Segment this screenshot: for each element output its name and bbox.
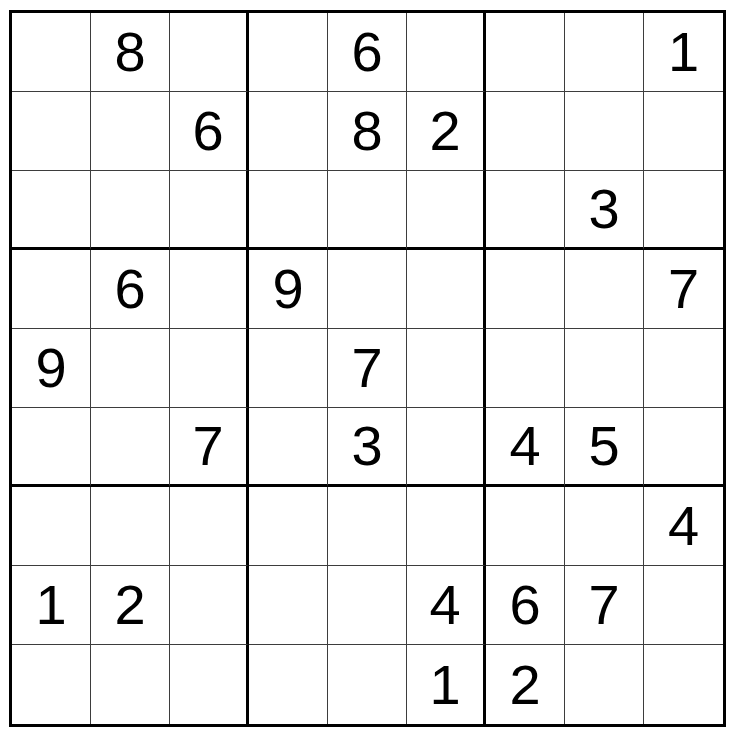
cell-r6c1-empty[interactable] <box>12 408 91 487</box>
cell-r4c1-empty[interactable] <box>12 250 91 329</box>
cell-r3c6-empty[interactable] <box>407 171 486 250</box>
cell-r8c7-given[interactable]: 6 <box>486 566 565 645</box>
cell-r1c7-empty[interactable] <box>486 13 565 92</box>
cell-r5c7-empty[interactable] <box>486 329 565 408</box>
sudoku-board: 861682369797734541246712 <box>9 10 726 727</box>
cell-r7c7-empty[interactable] <box>486 487 565 566</box>
cell-r7c5-empty[interactable] <box>328 487 407 566</box>
cell-r5c9-empty[interactable] <box>644 329 723 408</box>
cell-r5c3-empty[interactable] <box>170 329 249 408</box>
cell-r6c2-empty[interactable] <box>91 408 170 487</box>
cell-r7c9-given[interactable]: 4 <box>644 487 723 566</box>
cell-r4c3-empty[interactable] <box>170 250 249 329</box>
cell-r2c4-empty[interactable] <box>249 92 328 171</box>
cell-r8c6-given[interactable]: 4 <box>407 566 486 645</box>
cell-r4c5-empty[interactable] <box>328 250 407 329</box>
cell-r4c2-given[interactable]: 6 <box>91 250 170 329</box>
cell-r7c4-empty[interactable] <box>249 487 328 566</box>
cell-r4c9-given[interactable]: 7 <box>644 250 723 329</box>
cell-r2c5-given[interactable]: 8 <box>328 92 407 171</box>
cell-r2c3-given[interactable]: 6 <box>170 92 249 171</box>
cell-r2c9-empty[interactable] <box>644 92 723 171</box>
cell-r1c6-empty[interactable] <box>407 13 486 92</box>
cell-r9c2-empty[interactable] <box>91 645 170 724</box>
cell-r8c3-empty[interactable] <box>170 566 249 645</box>
cell-r1c3-empty[interactable] <box>170 13 249 92</box>
cell-r3c1-empty[interactable] <box>12 171 91 250</box>
cell-r3c7-empty[interactable] <box>486 171 565 250</box>
cell-r2c6-given[interactable]: 2 <box>407 92 486 171</box>
cell-r6c9-empty[interactable] <box>644 408 723 487</box>
cell-r9c9-empty[interactable] <box>644 645 723 724</box>
cell-r6c8-given[interactable]: 5 <box>565 408 644 487</box>
cell-r1c1-empty[interactable] <box>12 13 91 92</box>
cell-r7c1-empty[interactable] <box>12 487 91 566</box>
cell-r5c1-given[interactable]: 9 <box>12 329 91 408</box>
cell-r3c2-empty[interactable] <box>91 171 170 250</box>
cell-r9c5-empty[interactable] <box>328 645 407 724</box>
cell-r3c3-empty[interactable] <box>170 171 249 250</box>
cell-r1c8-empty[interactable] <box>565 13 644 92</box>
cell-r6c3-given[interactable]: 7 <box>170 408 249 487</box>
cell-r8c9-empty[interactable] <box>644 566 723 645</box>
cell-r8c8-given[interactable]: 7 <box>565 566 644 645</box>
cell-r2c8-empty[interactable] <box>565 92 644 171</box>
cell-r1c9-given[interactable]: 1 <box>644 13 723 92</box>
cell-r4c4-given[interactable]: 9 <box>249 250 328 329</box>
cell-r5c4-empty[interactable] <box>249 329 328 408</box>
cell-r3c5-empty[interactable] <box>328 171 407 250</box>
cell-r4c7-empty[interactable] <box>486 250 565 329</box>
cell-r6c4-empty[interactable] <box>249 408 328 487</box>
cell-r6c5-given[interactable]: 3 <box>328 408 407 487</box>
cell-r5c5-given[interactable]: 7 <box>328 329 407 408</box>
cell-r1c5-given[interactable]: 6 <box>328 13 407 92</box>
cell-r8c5-empty[interactable] <box>328 566 407 645</box>
cell-r9c7-given[interactable]: 2 <box>486 645 565 724</box>
cell-r1c2-given[interactable]: 8 <box>91 13 170 92</box>
cell-r4c8-empty[interactable] <box>565 250 644 329</box>
cell-r7c3-empty[interactable] <box>170 487 249 566</box>
cell-r3c9-empty[interactable] <box>644 171 723 250</box>
cell-r5c6-empty[interactable] <box>407 329 486 408</box>
cell-r2c7-empty[interactable] <box>486 92 565 171</box>
cell-r7c6-empty[interactable] <box>407 487 486 566</box>
cell-r9c3-empty[interactable] <box>170 645 249 724</box>
cell-r2c1-empty[interactable] <box>12 92 91 171</box>
cell-r3c4-empty[interactable] <box>249 171 328 250</box>
cell-r5c2-empty[interactable] <box>91 329 170 408</box>
cell-r1c4-empty[interactable] <box>249 13 328 92</box>
cell-r8c2-given[interactable]: 2 <box>91 566 170 645</box>
cell-r9c6-given[interactable]: 1 <box>407 645 486 724</box>
cell-r9c8-empty[interactable] <box>565 645 644 724</box>
cell-r9c4-empty[interactable] <box>249 645 328 724</box>
cell-r7c8-empty[interactable] <box>565 487 644 566</box>
cell-r2c2-empty[interactable] <box>91 92 170 171</box>
cell-r9c1-empty[interactable] <box>12 645 91 724</box>
cell-r8c1-given[interactable]: 1 <box>12 566 91 645</box>
cell-r5c8-empty[interactable] <box>565 329 644 408</box>
cell-r6c7-given[interactable]: 4 <box>486 408 565 487</box>
cell-r6c6-empty[interactable] <box>407 408 486 487</box>
cell-r7c2-empty[interactable] <box>91 487 170 566</box>
cell-r4c6-empty[interactable] <box>407 250 486 329</box>
cell-r8c4-empty[interactable] <box>249 566 328 645</box>
cell-r3c8-given[interactable]: 3 <box>565 171 644 250</box>
